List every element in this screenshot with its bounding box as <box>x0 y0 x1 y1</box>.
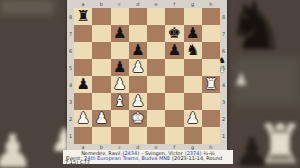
piece-white-pawn[interactable]: ♟ <box>186 111 199 126</box>
piece-black-knight[interactable]: ♞ <box>186 43 199 58</box>
square-b6[interactable] <box>92 42 110 59</box>
square-h8[interactable] <box>202 8 220 25</box>
square-a7[interactable] <box>74 25 92 42</box>
piece-white-pawn[interactable]: ♟ <box>131 60 144 75</box>
square-e3[interactable] <box>147 93 165 110</box>
square-d3[interactable]: ♟ <box>129 93 147 110</box>
square-c5[interactable]: ♟ <box>111 59 129 76</box>
file-label-b: b <box>92 0 110 8</box>
rank-labels-left: 87654321 <box>67 8 74 144</box>
square-b1[interactable] <box>92 127 110 144</box>
rank-label-7: 7 <box>220 25 227 42</box>
blurred-white-pawn-left-icon: ♟ <box>0 128 33 168</box>
square-f7[interactable]: ♚ <box>165 25 183 42</box>
piece-white-pawn[interactable]: ♟ <box>95 111 108 126</box>
square-g6[interactable]: ♞ <box>184 42 202 59</box>
rank-label-6: 6 <box>67 42 74 59</box>
square-b4[interactable] <box>92 76 110 93</box>
piece-black-pawn[interactable]: ♟ <box>168 43 181 58</box>
square-b2[interactable]: ♟ <box>92 110 110 127</box>
piece-white-pawn[interactable]: ♟ <box>131 94 144 109</box>
square-h2[interactable] <box>202 110 220 127</box>
square-a8[interactable]: ♜ <box>74 8 92 25</box>
square-e6[interactable] <box>147 42 165 59</box>
square-b8[interactable] <box>92 8 110 25</box>
blurred-black-pawn-icon: ♟ <box>234 132 270 168</box>
file-label-c: c <box>111 0 129 8</box>
square-a2[interactable]: ♟ <box>74 110 92 127</box>
square-c3[interactable]: ♝ <box>111 93 129 110</box>
piece-white-pawn[interactable]: ♟ <box>113 77 126 92</box>
square-d5[interactable]: ♟ <box>129 59 147 76</box>
piece-black-pawn[interactable]: ♟ <box>113 26 126 41</box>
rank-label-8: 8 <box>220 8 227 25</box>
file-label-d: d <box>129 0 147 8</box>
rank-label-4: 4 <box>67 76 74 93</box>
rank-label-3: 3 <box>220 93 227 110</box>
square-b3[interactable] <box>92 93 110 110</box>
square-g2[interactable]: ♟ <box>184 110 202 127</box>
square-d4[interactable] <box>129 76 147 93</box>
blurred-black-knight-icon: ♞ <box>226 0 285 60</box>
piece-black-king[interactable]: ♚ <box>168 26 181 41</box>
rank-label-4: 4 <box>220 76 227 93</box>
piece-white-rook[interactable]: ♜ <box>204 77 217 92</box>
square-c7[interactable]: ♟ <box>111 25 129 42</box>
rank-label-5: 5 <box>67 59 74 76</box>
square-d2[interactable]: ♚ <box>129 110 147 127</box>
square-e8[interactable] <box>147 8 165 25</box>
material-indicator: ♞ ♝ <box>217 56 227 74</box>
square-h7[interactable] <box>202 25 220 42</box>
rank-label-8: 8 <box>67 8 74 25</box>
square-f5[interactable] <box>165 59 183 76</box>
square-f3[interactable] <box>165 93 183 110</box>
piece-white-pawn[interactable]: ♟ <box>76 111 89 126</box>
rank-label-2: 2 <box>220 110 227 127</box>
square-a4[interactable]: ♟ <box>74 76 92 93</box>
square-d6[interactable]: ♟ <box>129 42 147 59</box>
square-a5[interactable] <box>74 59 92 76</box>
square-h1[interactable] <box>202 127 220 144</box>
rank-label-3: 3 <box>67 93 74 110</box>
square-d8[interactable] <box>129 8 147 25</box>
file-label-f: f <box>165 0 183 8</box>
square-a6[interactable] <box>74 42 92 59</box>
rank-label-7: 7 <box>67 25 74 42</box>
square-d1[interactable] <box>129 127 147 144</box>
square-f6[interactable]: ♟ <box>165 42 183 59</box>
file-label-h: h <box>202 0 220 8</box>
blurred-white-pawn-icon: ♟ <box>234 72 248 88</box>
square-g7[interactable]: ♟ <box>184 25 202 42</box>
rank-label-1: 1 <box>220 127 227 144</box>
square-e5[interactable] <box>147 59 165 76</box>
piece-black-pawn[interactable]: ♟ <box>113 60 126 75</box>
square-e4[interactable] <box>147 76 165 93</box>
square-g8[interactable] <box>184 8 202 25</box>
material-black-knight-icon: ♞ <box>218 56 225 65</box>
video-frame: ♞ ♟ ♜ ♟ ♟ ♟ abcdefgh 87654321 ♜♟♚♟♟♟♞♟♟♟… <box>0 0 300 168</box>
square-b5[interactable] <box>92 59 110 76</box>
square-c4[interactable]: ♟ <box>111 76 129 93</box>
square-e7[interactable] <box>147 25 165 42</box>
file-labels-top: abcdefgh <box>74 0 220 8</box>
square-f4[interactable] <box>165 76 183 93</box>
square-f1[interactable] <box>165 127 183 144</box>
square-f2[interactable] <box>165 110 183 127</box>
chess-board-widget: abcdefgh 87654321 ♜♟♚♟♟♟♞♟♟♟♟♜♝♟♟♟♚♟ 876… <box>67 0 227 150</box>
game-info-panel: Nemedev, Ravil(2434)-Svingen, Victor(237… <box>63 150 233 164</box>
rank-label-1: 1 <box>67 127 74 144</box>
piece-black-pawn[interactable]: ♟ <box>131 43 144 58</box>
square-c8[interactable] <box>111 8 129 25</box>
piece-white-bishop[interactable]: ♝ <box>113 94 126 109</box>
piece-black-pawn[interactable]: ♟ <box>186 26 199 41</box>
square-c6[interactable] <box>111 42 129 59</box>
file-label-e: e <box>147 0 165 8</box>
square-b7[interactable] <box>92 25 110 42</box>
rank-labels-right: 87654321 <box>220 8 227 144</box>
material-white-bishop-icon: ♝ <box>218 65 225 74</box>
square-g4[interactable] <box>184 76 202 93</box>
event-line: Event:24th European Teams, Budva MNE(202… <box>63 156 233 164</box>
square-e1[interactable] <box>147 127 165 144</box>
square-a1[interactable] <box>74 127 92 144</box>
square-h4[interactable]: ♜ <box>202 76 220 93</box>
backdrop-patch-top-left <box>0 0 54 14</box>
square-e2[interactable] <box>147 110 165 127</box>
square-g3[interactable] <box>184 93 202 110</box>
square-f8[interactable] <box>165 8 183 25</box>
square-g5[interactable] <box>184 59 202 76</box>
rank-label-2: 2 <box>67 110 74 127</box>
piece-black-pawn[interactable]: ♟ <box>76 77 89 92</box>
square-c1[interactable] <box>111 127 129 144</box>
piece-black-rook[interactable]: ♜ <box>76 9 89 24</box>
square-c2[interactable] <box>111 110 129 127</box>
square-g1[interactable] <box>184 127 202 144</box>
board: ♜♟♚♟♟♟♞♟♟♟♟♜♝♟♟♟♚♟ <box>74 8 220 144</box>
event-link[interactable]: 24th European Teams, Budva MNE <box>84 155 170 161</box>
square-a3[interactable] <box>74 93 92 110</box>
square-d7[interactable] <box>129 25 147 42</box>
file-label-g: g <box>184 0 202 8</box>
piece-white-king[interactable]: ♚ <box>131 111 144 126</box>
square-h3[interactable] <box>202 93 220 110</box>
